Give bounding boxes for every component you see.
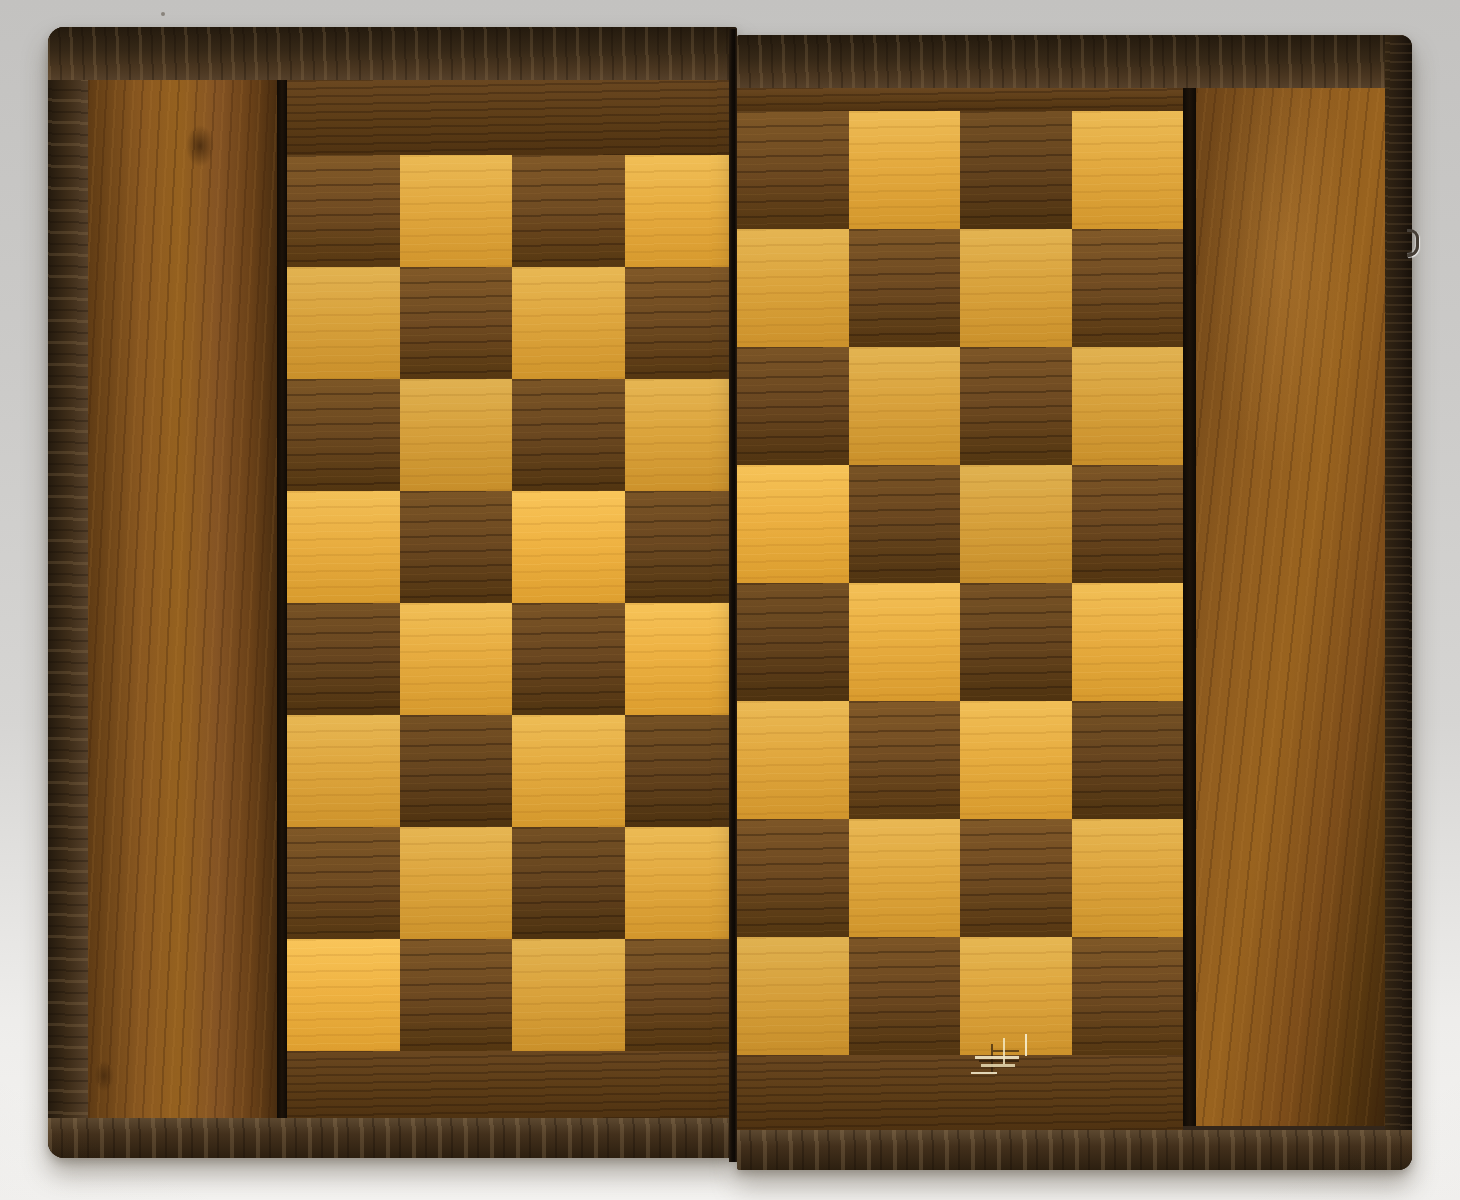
board-leaf-right: [737, 35, 1412, 1170]
checkerboard-left: [287, 155, 737, 1051]
walnut-side-panel-left: [88, 80, 277, 1118]
square: [1072, 229, 1184, 347]
frame-bottom-rail-right: [737, 1130, 1412, 1170]
square: [960, 819, 1072, 937]
inlay-line-right: [1183, 88, 1196, 1126]
square: [512, 827, 625, 939]
square: [737, 229, 849, 347]
dark-margin-strip-bottom-right: [737, 1055, 1183, 1130]
square: [960, 583, 1072, 701]
checkerboard-right: [737, 111, 1183, 1055]
square: [960, 347, 1072, 465]
square: [287, 827, 400, 939]
square: [1072, 465, 1184, 583]
square: [737, 111, 849, 229]
square: [1072, 111, 1184, 229]
square: [849, 229, 961, 347]
square: [1072, 819, 1184, 937]
square: [737, 819, 849, 937]
square: [849, 583, 961, 701]
square: [849, 465, 961, 583]
metal-clasp-hook: [1407, 226, 1423, 256]
square: [625, 603, 738, 715]
square: [737, 465, 849, 583]
square: [287, 603, 400, 715]
square: [625, 267, 738, 379]
square: [1072, 583, 1184, 701]
square: [287, 715, 400, 827]
square: [287, 267, 400, 379]
veneer-damage-mark: [963, 1034, 1043, 1080]
square: [625, 827, 738, 939]
dark-margin-strip-top-left: [287, 80, 737, 155]
square: [625, 939, 738, 1051]
frame-bottom-rail-left: [48, 1118, 737, 1158]
square: [625, 155, 738, 267]
square: [287, 491, 400, 603]
square: [1072, 701, 1184, 819]
square: [625, 379, 738, 491]
square: [960, 111, 1072, 229]
square: [849, 701, 961, 819]
square: [287, 939, 400, 1051]
square: [625, 715, 738, 827]
hinge-fold-gap: [729, 29, 737, 1162]
dust-speck: [161, 12, 165, 16]
square: [400, 827, 513, 939]
square: [400, 939, 513, 1051]
square: [400, 379, 513, 491]
inlay-line-left: [277, 80, 287, 1118]
square: [625, 491, 738, 603]
clasp-hook-wire: [1407, 229, 1419, 257]
frame-left-stile: [48, 27, 88, 1158]
square: [737, 701, 849, 819]
square: [737, 583, 849, 701]
checker-field-right: [737, 88, 1183, 1130]
square: [400, 715, 513, 827]
square: [960, 465, 1072, 583]
checker-field-left: [287, 80, 737, 1118]
photo-backdrop: [0, 0, 1460, 1200]
square: [512, 155, 625, 267]
square: [400, 603, 513, 715]
square: [512, 939, 625, 1051]
square: [512, 603, 625, 715]
frame-top-rail-left: [48, 27, 737, 80]
square: [512, 267, 625, 379]
square: [400, 491, 513, 603]
dark-margin-strip-bottom-left: [287, 1051, 737, 1118]
square: [512, 379, 625, 491]
frame-top-rail-right: [737, 35, 1412, 88]
dark-margin-strip-top-right: [737, 88, 1183, 111]
square: [512, 715, 625, 827]
square: [737, 347, 849, 465]
square: [400, 267, 513, 379]
square: [287, 379, 400, 491]
square: [1072, 937, 1184, 1055]
square: [960, 229, 1072, 347]
square: [512, 491, 625, 603]
square: [400, 155, 513, 267]
frame-right-stile: [1385, 35, 1412, 1170]
square: [1072, 347, 1184, 465]
square: [849, 819, 961, 937]
square: [849, 937, 961, 1055]
square: [960, 701, 1072, 819]
square: [287, 155, 400, 267]
walnut-side-panel-right: [1196, 88, 1385, 1126]
square: [737, 937, 849, 1055]
board-leaf-left: [48, 27, 737, 1158]
square: [849, 111, 961, 229]
square: [849, 347, 961, 465]
